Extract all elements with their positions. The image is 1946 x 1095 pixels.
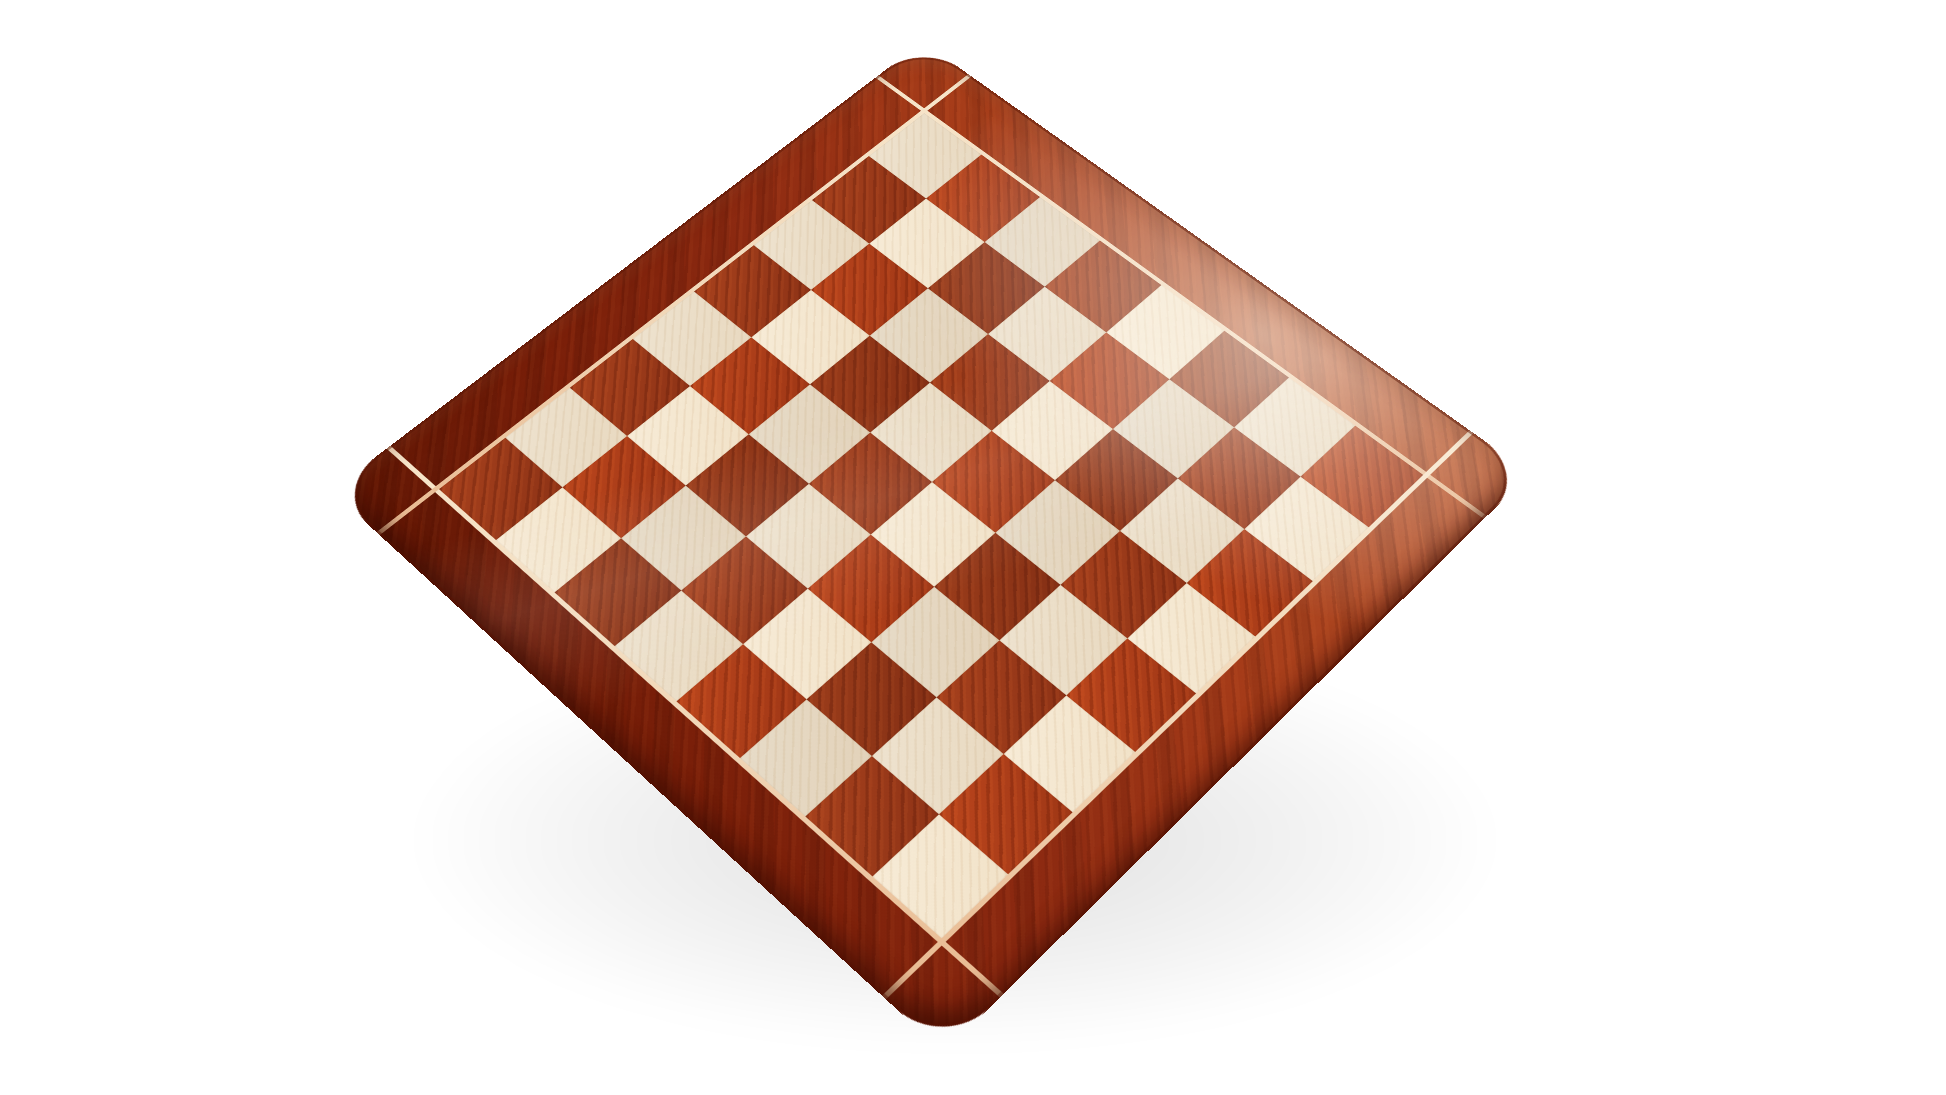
photo-background (0, 0, 1946, 1095)
